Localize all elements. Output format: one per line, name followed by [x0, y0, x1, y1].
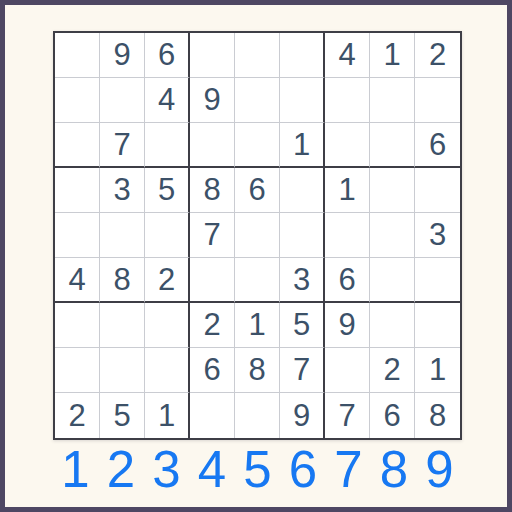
cell-r6c4[interactable] [190, 258, 235, 303]
cell-r4c3[interactable]: 5 [145, 168, 190, 213]
cell-r2c8[interactable] [370, 78, 415, 123]
cell-r5c3[interactable] [145, 213, 190, 258]
cell-r3c4[interactable] [190, 123, 235, 168]
cell-r5c2[interactable] [100, 213, 145, 258]
cell-r8c6[interactable]: 7 [280, 348, 325, 393]
cell-r7c1[interactable] [55, 303, 100, 348]
cell-r7c7[interactable]: 9 [325, 303, 370, 348]
app-frame: 96412497163586173482362159687212519768 1… [0, 0, 512, 512]
cell-r1c9[interactable]: 2 [415, 33, 460, 78]
cell-r4c4[interactable]: 8 [190, 168, 235, 213]
cell-r4c6[interactable] [280, 168, 325, 213]
cell-r4c9[interactable] [415, 168, 460, 213]
cell-r8c5[interactable]: 8 [235, 348, 280, 393]
cell-r7c6[interactable]: 5 [280, 303, 325, 348]
cell-r9c3[interactable]: 1 [145, 393, 190, 438]
cell-r2c1[interactable] [55, 78, 100, 123]
cell-r2c9[interactable] [415, 78, 460, 123]
cell-r3c9[interactable]: 6 [415, 123, 460, 168]
cell-r5c6[interactable] [280, 213, 325, 258]
cell-r7c2[interactable] [100, 303, 145, 348]
cell-r3c7[interactable] [325, 123, 370, 168]
cell-r6c5[interactable] [235, 258, 280, 303]
cell-r1c3[interactable]: 6 [145, 33, 190, 78]
cell-r4c1[interactable] [55, 168, 100, 213]
cell-r3c5[interactable] [235, 123, 280, 168]
cell-r1c4[interactable] [190, 33, 235, 78]
cell-r2c7[interactable] [325, 78, 370, 123]
cell-r1c2[interactable]: 9 [100, 33, 145, 78]
cell-r3c2[interactable]: 7 [100, 123, 145, 168]
cell-r1c8[interactable]: 1 [370, 33, 415, 78]
cell-r6c9[interactable] [415, 258, 460, 303]
cell-r1c6[interactable] [280, 33, 325, 78]
cell-r2c5[interactable] [235, 78, 280, 123]
cell-r3c1[interactable] [55, 123, 100, 168]
numpad-9[interactable]: 9 [417, 438, 462, 500]
cell-r2c3[interactable]: 4 [145, 78, 190, 123]
cell-r6c2[interactable]: 8 [100, 258, 145, 303]
cell-r9c6[interactable]: 9 [280, 393, 325, 438]
sudoku-grid: 96412497163586173482362159687212519768 [53, 31, 462, 440]
cell-r6c1[interactable]: 4 [55, 258, 100, 303]
cell-r8c4[interactable]: 6 [190, 348, 235, 393]
cell-r7c3[interactable] [145, 303, 190, 348]
cell-r6c7[interactable]: 6 [325, 258, 370, 303]
cell-r2c6[interactable] [280, 78, 325, 123]
numpad-1[interactable]: 1 [53, 438, 98, 500]
cell-r8c8[interactable]: 2 [370, 348, 415, 393]
cell-r4c8[interactable] [370, 168, 415, 213]
numpad-6[interactable]: 6 [281, 438, 326, 500]
cell-r3c6[interactable]: 1 [280, 123, 325, 168]
cell-r2c4[interactable]: 9 [190, 78, 235, 123]
cell-r6c6[interactable]: 3 [280, 258, 325, 303]
cell-r4c7[interactable]: 1 [325, 168, 370, 213]
cell-r1c7[interactable]: 4 [325, 33, 370, 78]
cell-r5c8[interactable] [370, 213, 415, 258]
cell-r7c8[interactable] [370, 303, 415, 348]
number-pad: 123456789 [53, 438, 462, 500]
cell-r1c5[interactable] [235, 33, 280, 78]
cell-r9c8[interactable]: 6 [370, 393, 415, 438]
cell-r6c8[interactable] [370, 258, 415, 303]
numpad-5[interactable]: 5 [235, 438, 280, 500]
cell-r9c5[interactable] [235, 393, 280, 438]
cell-r8c9[interactable]: 1 [415, 348, 460, 393]
numpad-4[interactable]: 4 [190, 438, 235, 500]
numpad-7[interactable]: 7 [326, 438, 371, 500]
cell-r5c9[interactable]: 3 [415, 213, 460, 258]
cell-r5c7[interactable] [325, 213, 370, 258]
cell-r5c5[interactable] [235, 213, 280, 258]
cell-r5c4[interactable]: 7 [190, 213, 235, 258]
cell-r9c9[interactable]: 8 [415, 393, 460, 438]
cell-r3c3[interactable] [145, 123, 190, 168]
cell-r5c1[interactable] [55, 213, 100, 258]
cell-r9c2[interactable]: 5 [100, 393, 145, 438]
cell-r8c7[interactable] [325, 348, 370, 393]
cell-r2c2[interactable] [100, 78, 145, 123]
cell-r3c8[interactable] [370, 123, 415, 168]
cell-r9c7[interactable]: 7 [325, 393, 370, 438]
cell-r4c2[interactable]: 3 [100, 168, 145, 213]
cell-r7c5[interactable]: 1 [235, 303, 280, 348]
cell-r6c3[interactable]: 2 [145, 258, 190, 303]
cell-r1c1[interactable] [55, 33, 100, 78]
cell-r9c4[interactable] [190, 393, 235, 438]
cell-r8c2[interactable] [100, 348, 145, 393]
numpad-2[interactable]: 2 [99, 438, 144, 500]
cell-r9c1[interactable]: 2 [55, 393, 100, 438]
numpad-3[interactable]: 3 [144, 438, 189, 500]
cell-r4c5[interactable]: 6 [235, 168, 280, 213]
cell-r7c9[interactable] [415, 303, 460, 348]
cell-r8c3[interactable] [145, 348, 190, 393]
cell-r7c4[interactable]: 2 [190, 303, 235, 348]
cell-r8c1[interactable] [55, 348, 100, 393]
numpad-8[interactable]: 8 [372, 438, 417, 500]
